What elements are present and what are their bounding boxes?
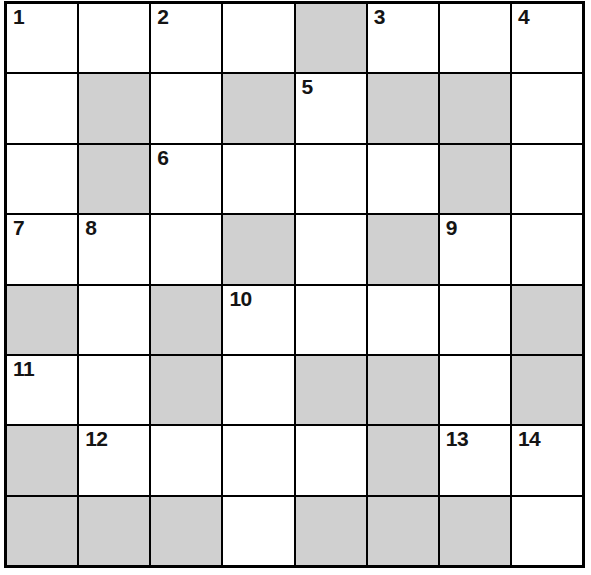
grid-cell[interactable] (296, 426, 366, 494)
grid-cell[interactable]: 12 (79, 426, 149, 494)
blocked-cell (440, 145, 510, 213)
clue-number: 9 (446, 216, 457, 239)
grid-cell[interactable] (296, 286, 366, 354)
grid-cell[interactable] (512, 215, 582, 283)
clue-number: 12 (85, 427, 107, 450)
clue-number: 11 (13, 357, 34, 380)
clue-number: 8 (85, 216, 96, 239)
clue-number: 14 (518, 427, 540, 450)
blocked-cell (223, 215, 293, 283)
grid-cell[interactable] (512, 497, 582, 565)
clue-number: 4 (518, 5, 529, 28)
blocked-cell (512, 286, 582, 354)
clue-number: 7 (13, 216, 24, 239)
grid-cell[interactable] (79, 356, 149, 424)
grid-cell[interactable] (512, 74, 582, 142)
clue-number: 3 (374, 5, 385, 28)
grid-cell[interactable]: 9 (440, 215, 510, 283)
grid-cell[interactable] (440, 286, 510, 354)
blocked-cell (151, 286, 221, 354)
grid-cell[interactable]: 2 (151, 4, 221, 72)
grid-cell[interactable] (223, 426, 293, 494)
grid-cell[interactable]: 11 (7, 356, 77, 424)
grid-cell[interactable] (440, 356, 510, 424)
blocked-cell (79, 497, 149, 565)
grid-cell[interactable] (296, 215, 366, 283)
clue-number: 10 (229, 287, 251, 310)
grid-cell[interactable]: 4 (512, 4, 582, 72)
grid-cell[interactable]: 10 (223, 286, 293, 354)
grid-cell[interactable]: 13 (440, 426, 510, 494)
crossword-page: 1234567891011121314 (0, 0, 591, 575)
blocked-cell (296, 497, 366, 565)
grid-cell[interactable] (7, 145, 77, 213)
grid-cell[interactable] (368, 145, 438, 213)
blocked-cell (368, 215, 438, 283)
grid-cell[interactable]: 14 (512, 426, 582, 494)
grid-cell[interactable]: 5 (296, 74, 366, 142)
grid-cell[interactable] (79, 4, 149, 72)
blocked-cell (440, 74, 510, 142)
grid-cell[interactable] (440, 4, 510, 72)
grid-cell[interactable] (223, 497, 293, 565)
grid-cell[interactable] (79, 286, 149, 354)
blocked-cell (296, 4, 366, 72)
grid-cell[interactable] (223, 145, 293, 213)
clue-number: 13 (446, 427, 468, 450)
blocked-cell (223, 74, 293, 142)
grid-cell[interactable]: 3 (368, 4, 438, 72)
grid-cell[interactable] (7, 74, 77, 142)
grid-cell[interactable]: 7 (7, 215, 77, 283)
clue-number: 2 (157, 5, 168, 28)
grid-cell[interactable]: 8 (79, 215, 149, 283)
clue-number: 6 (157, 146, 168, 169)
blocked-cell (7, 497, 77, 565)
grid-cell[interactable] (223, 356, 293, 424)
grid-cell[interactable] (223, 4, 293, 72)
crossword-board: 1234567891011121314 (4, 1, 585, 568)
blocked-cell (151, 356, 221, 424)
blocked-cell (368, 497, 438, 565)
blocked-cell (7, 426, 77, 494)
clue-number: 1 (13, 5, 24, 28)
grid-cell[interactable] (368, 286, 438, 354)
blocked-cell (79, 145, 149, 213)
blocked-cell (79, 74, 149, 142)
blocked-cell (368, 356, 438, 424)
grid-cell[interactable]: 1 (7, 4, 77, 72)
blocked-cell (512, 356, 582, 424)
blocked-cell (296, 356, 366, 424)
grid-cell[interactable]: 6 (151, 145, 221, 213)
clue-number: 5 (302, 75, 313, 98)
blocked-cell (440, 497, 510, 565)
grid-cell[interactable] (512, 145, 582, 213)
blocked-cell (151, 497, 221, 565)
grid-cell[interactable] (151, 426, 221, 494)
grid-cell[interactable] (151, 215, 221, 283)
blocked-cell (368, 74, 438, 142)
blocked-cell (368, 426, 438, 494)
blocked-cell (7, 286, 77, 354)
grid-cell[interactable] (151, 74, 221, 142)
grid-cell[interactable] (296, 145, 366, 213)
